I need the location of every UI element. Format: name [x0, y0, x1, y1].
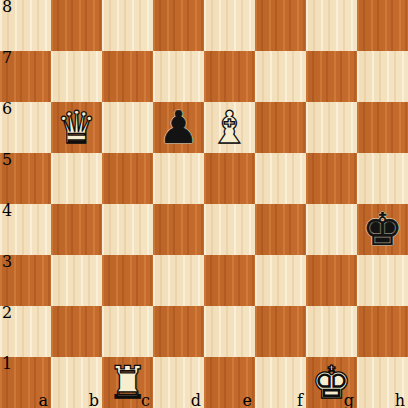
square-a2[interactable]: 2 — [0, 306, 51, 357]
file-label-h: h — [395, 392, 405, 408]
square-f8[interactable] — [255, 0, 306, 51]
square-a8[interactable]: 8 — [0, 0, 51, 51]
square-b8[interactable] — [51, 0, 102, 51]
square-f6[interactable] — [255, 102, 306, 153]
square-a7[interactable]: 7 — [0, 51, 51, 102]
piece-black-king-h4[interactable]: ♚ — [357, 204, 408, 255]
square-h7[interactable] — [357, 51, 408, 102]
square-g5[interactable] — [306, 153, 357, 204]
square-c1[interactable]: c♜ — [102, 357, 153, 408]
square-d2[interactable] — [153, 306, 204, 357]
square-g6[interactable] — [306, 102, 357, 153]
square-h3[interactable] — [357, 255, 408, 306]
square-f7[interactable] — [255, 51, 306, 102]
square-g4[interactable] — [306, 204, 357, 255]
square-e2[interactable] — [204, 306, 255, 357]
square-e1[interactable]: e — [204, 357, 255, 408]
square-h5[interactable] — [357, 153, 408, 204]
square-a4[interactable]: 4 — [0, 204, 51, 255]
square-b7[interactable] — [51, 51, 102, 102]
square-g3[interactable] — [306, 255, 357, 306]
square-e7[interactable] — [204, 51, 255, 102]
square-d1[interactable]: d — [153, 357, 204, 408]
square-e8[interactable] — [204, 0, 255, 51]
piece-white-queen-b6[interactable]: ♛ — [51, 102, 102, 153]
file-label-e: e — [243, 392, 252, 408]
file-label-b: b — [89, 392, 99, 408]
square-b2[interactable] — [51, 306, 102, 357]
rank-label-6: 6 — [2, 100, 12, 118]
square-a1[interactable]: 1a — [0, 357, 51, 408]
square-c7[interactable] — [102, 51, 153, 102]
square-f5[interactable] — [255, 153, 306, 204]
square-b5[interactable] — [51, 153, 102, 204]
square-c2[interactable] — [102, 306, 153, 357]
file-label-a: a — [38, 392, 48, 408]
square-c8[interactable] — [102, 0, 153, 51]
piece-white-king-g1[interactable]: ♚ — [306, 357, 357, 408]
square-h2[interactable] — [357, 306, 408, 357]
square-b1[interactable]: b — [51, 357, 102, 408]
piece-white-rook-c1[interactable]: ♜ — [102, 357, 153, 408]
square-d8[interactable] — [153, 0, 204, 51]
rank-label-1: 1 — [2, 355, 12, 373]
square-e5[interactable] — [204, 153, 255, 204]
square-c4[interactable] — [102, 204, 153, 255]
rank-label-7: 7 — [2, 49, 12, 67]
square-f2[interactable] — [255, 306, 306, 357]
square-b4[interactable] — [51, 204, 102, 255]
piece-white-bishop-e6[interactable]: ♝ — [204, 102, 255, 153]
rank-label-8: 8 — [2, 0, 12, 16]
square-d7[interactable] — [153, 51, 204, 102]
square-f4[interactable] — [255, 204, 306, 255]
square-h4[interactable]: ♚ — [357, 204, 408, 255]
rank-label-4: 4 — [2, 202, 12, 220]
square-a3[interactable]: 3 — [0, 255, 51, 306]
square-d6[interactable]: ♟ — [153, 102, 204, 153]
square-b3[interactable] — [51, 255, 102, 306]
square-e6[interactable]: ♝ — [204, 102, 255, 153]
square-c5[interactable] — [102, 153, 153, 204]
square-b6[interactable]: ♛ — [51, 102, 102, 153]
square-h1[interactable]: h — [357, 357, 408, 408]
square-f1[interactable]: f — [255, 357, 306, 408]
file-label-f: f — [297, 392, 303, 408]
square-g8[interactable] — [306, 0, 357, 51]
rank-label-2: 2 — [2, 304, 12, 322]
square-a5[interactable]: 5 — [0, 153, 51, 204]
square-c3[interactable] — [102, 255, 153, 306]
square-e3[interactable] — [204, 255, 255, 306]
square-c6[interactable] — [102, 102, 153, 153]
square-a6[interactable]: 6 — [0, 102, 51, 153]
square-h8[interactable] — [357, 0, 408, 51]
square-h6[interactable] — [357, 102, 408, 153]
square-e4[interactable] — [204, 204, 255, 255]
square-d4[interactable] — [153, 204, 204, 255]
rank-label-5: 5 — [2, 151, 12, 169]
square-g7[interactable] — [306, 51, 357, 102]
file-label-d: d — [191, 392, 201, 408]
square-d3[interactable] — [153, 255, 204, 306]
chess-board-wrap: 876♛♟♝54♚321abc♜defg♚h — [0, 0, 408, 408]
piece-black-pawn-d6[interactable]: ♟ — [153, 102, 204, 153]
square-d5[interactable] — [153, 153, 204, 204]
rank-label-3: 3 — [2, 253, 12, 271]
square-f3[interactable] — [255, 255, 306, 306]
square-g1[interactable]: g♚ — [306, 357, 357, 408]
chess-board: 876♛♟♝54♚321abc♜defg♚h — [0, 0, 408, 408]
square-g2[interactable] — [306, 306, 357, 357]
